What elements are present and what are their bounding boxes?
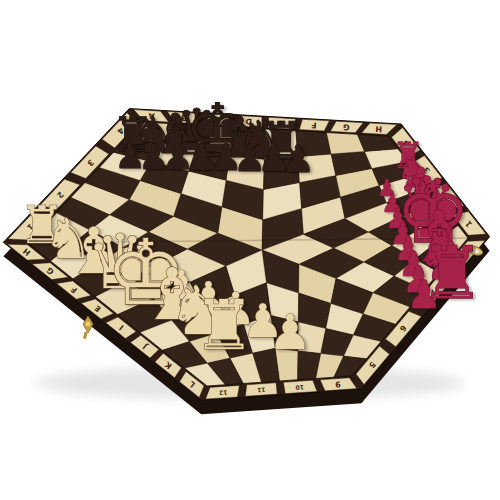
black-army-pawn-rank: ♟♟♟♟♟♟♟♟ [114, 136, 314, 181]
edge-label: F [311, 120, 317, 129]
white-rook-8[interactable]: ♜ [193, 286, 254, 365]
black-pawn-8[interactable]: ♟ [281, 137, 315, 181]
edge-label: 12 [219, 389, 228, 397]
white-pawn-8[interactable]: ♟ [268, 304, 311, 360]
red-rook-8[interactable]: ♜ [420, 231, 485, 315]
board-svg: 1234ABCDEFGH432156781211109HGFEIJKL♜♞♝♛♚… [0, 0, 500, 500]
three-player-chess-photo: 1234ABCDEFGH432156781211109HGFEIJKL♜♞♝♛♚… [0, 0, 500, 500]
edge-label: 10 [295, 384, 304, 392]
edge-label: G [343, 122, 350, 131]
edge-label: 11 [257, 387, 266, 395]
edge-label: 9 [334, 379, 341, 388]
edge-label: H [375, 124, 382, 133]
